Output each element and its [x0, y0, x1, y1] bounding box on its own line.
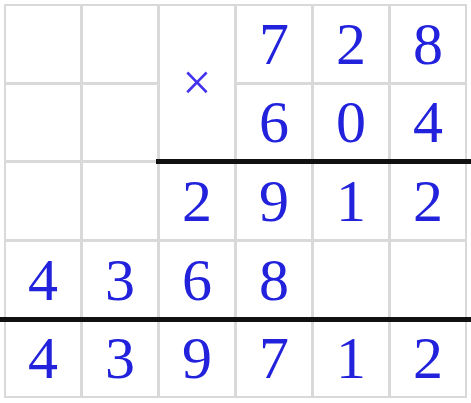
grid-cell-r3c1 — [6, 163, 80, 239]
grid-cell-r5c3: 9 — [160, 320, 234, 396]
grid-cell-r2c4: 6 — [237, 85, 311, 161]
grid-cell-r2c1 — [6, 85, 80, 161]
grid-cell-r3c5: 1 — [314, 163, 388, 239]
grid-cell-r5c2: 3 — [83, 320, 157, 396]
total-rule-line — [0, 317, 471, 322]
grid-cell-r3c2 — [83, 163, 157, 239]
multiplication-worksheet: ×72860429124368439712 — [0, 0, 471, 403]
grid-cell-r2c5: 0 — [314, 85, 388, 161]
grid-cell-r5c4: 7 — [237, 320, 311, 396]
grid-cell-r2c2 — [83, 85, 157, 161]
grid-cell-r1c6: 8 — [391, 6, 465, 82]
grid-cell-r3c6: 2 — [391, 163, 465, 239]
grid-cell-r5c6: 2 — [391, 320, 465, 396]
grid-cell-r4c4: 8 — [237, 242, 311, 318]
operator-cell: × — [160, 6, 234, 160]
grid-cell-r4c3: 6 — [160, 242, 234, 318]
multiply-sign: × — [182, 57, 211, 109]
grid-cell-r4c6 — [391, 242, 465, 318]
grid-cell-r1c5: 2 — [314, 6, 388, 82]
grid-cell-r4c5 — [314, 242, 388, 318]
partial-products-rule-line — [156, 159, 471, 164]
grid-cell-r4c1: 4 — [6, 242, 80, 318]
grid-cell-r5c5: 1 — [314, 320, 388, 396]
grid-cell-r1c1 — [6, 6, 80, 82]
grid-cell-r3c4: 9 — [237, 163, 311, 239]
multiplication-grid: ×72860429124368439712 — [4, 4, 467, 398]
grid-cell-r1c4: 7 — [237, 6, 311, 82]
grid-cell-r2c6: 4 — [391, 85, 465, 161]
grid-cell-r5c1: 4 — [6, 320, 80, 396]
grid-cell-r1c2 — [83, 6, 157, 82]
grid-cell-r4c2: 3 — [83, 242, 157, 318]
grid-cell-r3c3: 2 — [160, 163, 234, 239]
